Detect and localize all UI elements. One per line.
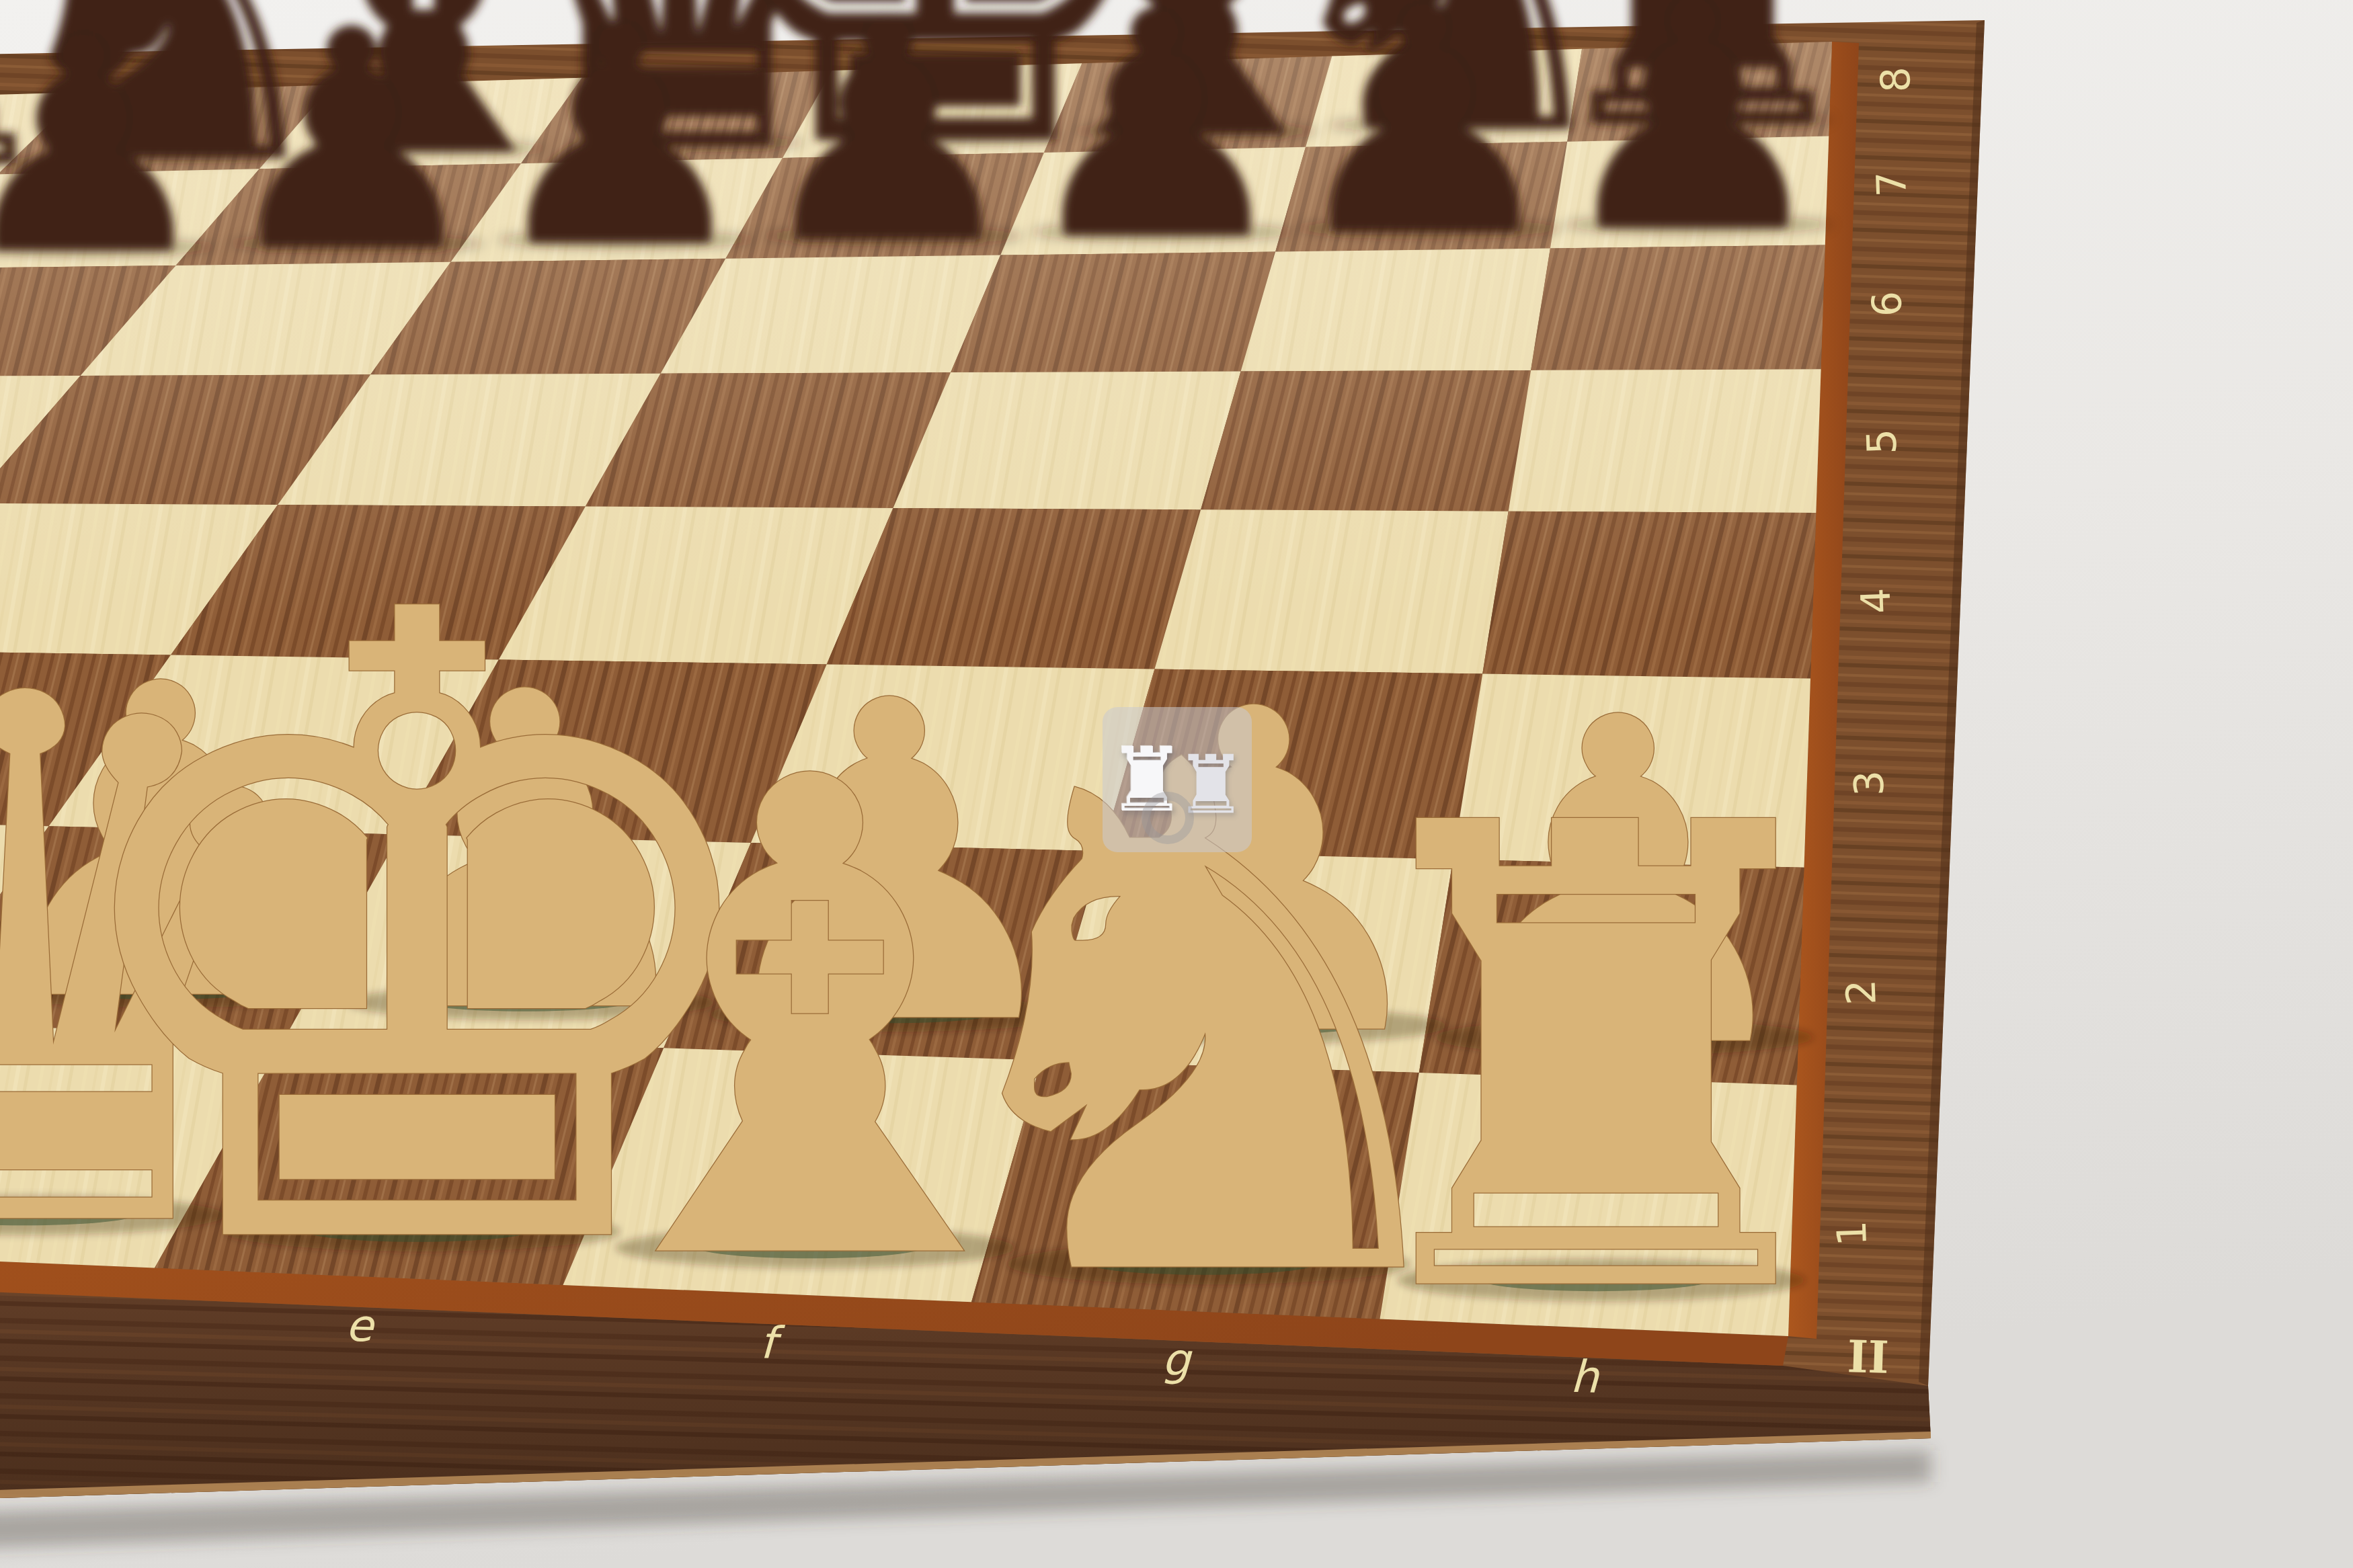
chessboard-photo: abcdefgh12345678II♜♞♝♛♚♝♞♜♟♟♟♟♟♟♟♟♟♟♟♟♟♟… <box>0 0 2353 1568</box>
photo-stage: abcdefgh12345678II♜♞♝♛♚♝♞♜♟♟♟♟♟♟♟♟♟♟♟♟♟♟… <box>0 0 2353 1568</box>
rank-label-5: 5 <box>1858 428 1905 456</box>
piece-black-pawn-f7: ♟ <box>1017 0 1296 308</box>
piece-black-pawn-e7: ♟ <box>750 0 1027 311</box>
piece-black-pawn-h7: ♟ <box>1550 0 1835 302</box>
rank-label-8: 8 <box>1872 66 1919 93</box>
piece-white-rook-h1: ♜ <box>1310 692 1882 1434</box>
piece-black-pawn-c7: ♟ <box>216 0 487 317</box>
piece-black-pawn-g7: ♟ <box>1284 0 1566 305</box>
rank-label-6: 6 <box>1863 290 1911 318</box>
far-pieces: ♜♞♝♛♚♝♞♜♟♟♟♟♟♟♟♟ <box>0 0 1878 323</box>
piece-black-pawn-b7: ♟ <box>0 0 217 321</box>
rank-label-4: 4 <box>1851 587 1899 615</box>
piece-black-pawn-d7: ♟ <box>483 0 756 315</box>
